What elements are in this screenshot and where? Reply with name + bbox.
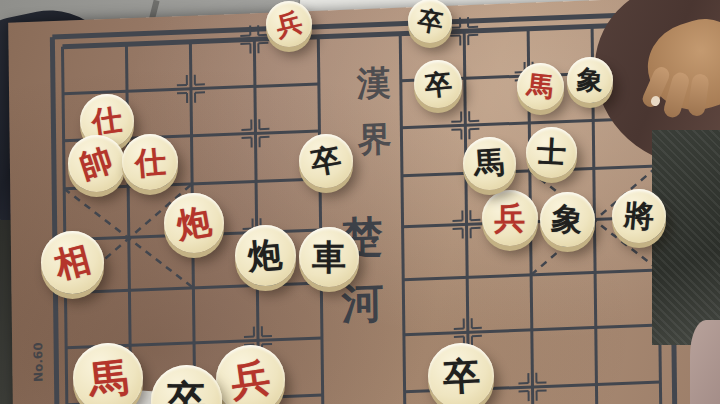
black-pawn-edge[interactable]: 卒 <box>408 0 452 43</box>
black-pawn-3[interactable]: 卒 <box>428 343 494 404</box>
piece-character: 馬 <box>87 357 130 400</box>
piece-character: 卒 <box>423 69 453 99</box>
piece-character: 兵 <box>495 203 526 234</box>
piece-character: 將 <box>623 200 656 233</box>
piece-character: 炮 <box>174 203 213 242</box>
red-horse-1[interactable]: 馬 <box>517 63 564 110</box>
red-horse-2[interactable]: 馬 <box>73 343 143 404</box>
piece-character: 仕 <box>90 104 124 138</box>
red-elephant[interactable]: 相 <box>41 231 104 294</box>
piece-character: 卒 <box>442 357 481 396</box>
piece-character: 馬 <box>526 72 555 101</box>
piece-character: 卒 <box>166 380 206 404</box>
piece-character: 炮 <box>247 237 284 274</box>
red-pawn-edge[interactable]: 兵 <box>266 1 312 47</box>
street-xiangqi-scene: 楚河漢界No.60 兵卒仕帥仕炮相馬兵馬兵卒象馬士象將卒炮車卒卒 <box>0 0 720 404</box>
piece-character: 象 <box>550 202 585 237</box>
piece-character: 士 <box>536 137 566 167</box>
red-cannon[interactable]: 炮 <box>164 193 224 253</box>
black-advisor[interactable]: 士 <box>526 127 577 178</box>
pieces-layer: 兵卒仕帥仕炮相馬兵馬兵卒象馬士象將卒炮車卒卒 <box>0 0 720 404</box>
piece-character: 相 <box>51 241 94 284</box>
black-pawn-1[interactable]: 卒 <box>414 60 462 108</box>
black-pawn-4[interactable]: 卒 <box>151 365 222 404</box>
piece-character: 卒 <box>416 7 445 36</box>
black-general[interactable]: 將 <box>612 189 666 243</box>
black-elephant-2[interactable]: 象 <box>540 192 595 247</box>
piece-character: 卒 <box>309 144 344 179</box>
black-horse[interactable]: 馬 <box>463 137 516 190</box>
red-pawn-2[interactable]: 兵 <box>216 345 285 404</box>
black-cannon[interactable]: 炮 <box>235 225 296 286</box>
piece-character: 仕 <box>133 145 167 179</box>
red-pawn-1[interactable]: 兵 <box>482 190 538 246</box>
black-pawn-2[interactable]: 卒 <box>299 134 353 188</box>
black-elephant-1[interactable]: 象 <box>567 57 613 103</box>
piece-character: 兵 <box>273 8 305 40</box>
black-chariot[interactable]: 車 <box>299 227 359 287</box>
red-general[interactable]: 帥 <box>68 135 125 192</box>
piece-character: 馬 <box>473 147 505 179</box>
piece-character: 兵 <box>228 357 272 401</box>
red-advisor-2[interactable]: 仕 <box>122 134 178 190</box>
piece-character: 車 <box>312 240 346 274</box>
piece-character: 象 <box>576 66 604 94</box>
piece-character: 帥 <box>76 143 116 183</box>
